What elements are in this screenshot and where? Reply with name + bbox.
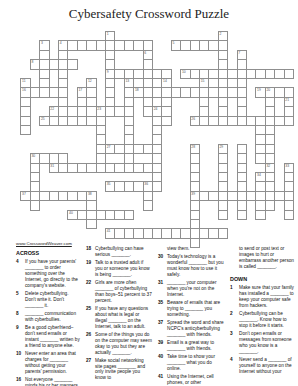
clue-number: 31: [50, 164, 54, 168]
crossword-grid: 1923456781011161213141517181920212223242…: [0, 0, 298, 250]
clue-item: 2Cyberbullying can be _______. Know how …: [230, 311, 294, 329]
grid-cell[interactable]: 37: [20, 191, 30, 201]
clue-item: 19Talk to a trusted adult if you or some…: [86, 260, 152, 278]
clue-item-number: 5: [16, 291, 25, 297]
clue-item-number: 30: [158, 254, 167, 260]
clue-number: 7: [238, 51, 240, 55]
grid-cell[interactable]: [49, 59, 59, 69]
grid-cell[interactable]: [227, 191, 237, 201]
grid-cell[interactable]: [284, 116, 294, 126]
clue-item-number: 9: [16, 325, 25, 331]
clue-number: 15: [201, 79, 205, 83]
grid-cell[interactable]: [190, 87, 200, 97]
grid-cell[interactable]: [96, 40, 106, 50]
clue-number: 16: [22, 88, 26, 92]
clue-number: 25: [41, 117, 45, 121]
clue-number: 27: [107, 145, 111, 149]
clue-item-number: 10: [16, 351, 25, 357]
grid-cell[interactable]: 18: [133, 87, 143, 97]
grid-cell[interactable]: [152, 87, 162, 97]
clue-item-number: 4: [16, 259, 25, 265]
clue-item: 35Beware of emails that are trying to __…: [158, 300, 224, 318]
grid-cell[interactable]: [218, 210, 228, 220]
clue-column-3: view them.30Today's technology is a wond…: [158, 246, 224, 386]
clue-number: 37: [22, 192, 26, 196]
clue-item: 40Take time to show your _______ what yo…: [158, 354, 224, 372]
clue-item-number: 3: [230, 331, 239, 337]
crossword-page: Cybersafety Crossword Puzzle 19234567810…: [0, 0, 298, 386]
clue-number: 9: [107, 70, 109, 74]
clue-number: 13: [125, 79, 129, 83]
clue-item-number: 40: [158, 354, 167, 360]
clue-item: 16Not everyone _______ minds his or her …: [16, 377, 80, 386]
clue-item-number: 41: [158, 374, 167, 380]
clue-number: 19: [257, 88, 261, 92]
clue-number: 24: [154, 107, 158, 111]
grid-cell[interactable]: [246, 191, 256, 201]
clue-number: 30: [31, 154, 35, 158]
clue-number: 21: [285, 98, 289, 102]
clue-number: 17: [78, 88, 82, 92]
clue-item: 4If you have your parents' _______ to or…: [16, 259, 80, 289]
clue-item: 3Don't open emails or messages from some…: [230, 331, 294, 355]
clue-item: 37Spread the word and share NCPC's antic…: [158, 320, 224, 338]
clue-number: 22: [50, 107, 54, 111]
grid-cell[interactable]: [274, 191, 284, 201]
clue-number: 5: [172, 41, 174, 45]
clue-item: 25If you have any questions about what i…: [86, 306, 152, 330]
clue-number: 32: [266, 164, 270, 168]
grid-cell[interactable]: [86, 219, 96, 229]
grid-cell[interactable]: [77, 210, 87, 220]
clue-number: 1: [107, 32, 109, 36]
clue-continuation: view them.: [158, 246, 224, 252]
grid-cell[interactable]: [274, 116, 284, 126]
grid-cell[interactable]: [114, 163, 124, 173]
grid-cell[interactable]: [114, 106, 124, 116]
clue-item: 9Be a good cyberfriend–don't send emails…: [16, 325, 80, 349]
grid-cell[interactable]: [208, 40, 218, 50]
clue-number: 6: [144, 51, 146, 55]
clue-item: 31_______ your computer when you're not …: [158, 280, 224, 298]
clue-number: 34: [257, 173, 261, 177]
clue-item: 8_______ communication with cyberbullies…: [16, 311, 80, 323]
grid-cell[interactable]: [143, 144, 153, 154]
clue-item-number: 25: [86, 306, 95, 312]
grid-cell[interactable]: [143, 163, 153, 173]
grid-cell[interactable]: [49, 87, 59, 97]
clue-number: 26: [191, 117, 195, 121]
clue-item: 41Using the Internet, cell phones, or ot…: [158, 374, 224, 386]
clue-number: 33: [285, 164, 289, 168]
grid-cell[interactable]: [208, 69, 218, 79]
clue-item: 4Never send a _______ of yourself to any…: [230, 357, 294, 375]
grid-cell[interactable]: [255, 210, 265, 220]
clue-item-number: 26: [86, 332, 95, 338]
clue-number: 10: [182, 70, 186, 74]
clue-item-number: 39: [158, 340, 167, 346]
clue-item-number: 31: [158, 280, 167, 286]
clue-number: 40: [69, 211, 73, 215]
clue-continuation: to send or post text or images to hurt o…: [230, 246, 294, 270]
clue-item-number: 18: [86, 246, 95, 252]
clue-item: 10Never enter an area that charges for _…: [16, 351, 80, 375]
clue-item-number: 2: [230, 311, 239, 317]
grid-cell[interactable]: [77, 116, 87, 126]
grid-cell[interactable]: [152, 181, 162, 191]
grid-cell[interactable]: [237, 210, 247, 220]
clue-column-down: to send or post text or images to hurt o…: [230, 246, 294, 377]
grid-cell[interactable]: [208, 191, 218, 201]
grid-cell[interactable]: [114, 144, 124, 154]
clue-number: 11: [22, 79, 26, 83]
grid-cell[interactable]: [208, 116, 218, 126]
grid-cell[interactable]: [67, 59, 77, 69]
grid-cell[interactable]: [161, 116, 171, 126]
clue-number: 4: [60, 41, 62, 45]
grid-cell[interactable]: [218, 228, 228, 238]
clue-number: 3: [41, 41, 43, 45]
grid-cell[interactable]: [284, 210, 294, 220]
grid-cell[interactable]: [67, 116, 77, 126]
clue-item: 27Make social networking site pages ____…: [86, 358, 152, 382]
clue-number: 8: [31, 60, 33, 64]
clue-number: 18: [135, 88, 139, 92]
clue-number: 28: [191, 145, 195, 149]
clue-number: 35: [107, 182, 111, 186]
grid-cell[interactable]: [227, 69, 237, 79]
clue-item-number: 22: [86, 280, 95, 286]
clue-number: 20: [266, 88, 270, 92]
grid-cell[interactable]: [208, 87, 218, 97]
grid-cell[interactable]: [227, 87, 237, 97]
clue-item-number: 37: [158, 320, 167, 326]
clue-item-number: 19: [86, 260, 95, 266]
clue-number: 36: [144, 182, 148, 186]
clue-number: 14: [163, 79, 167, 83]
grid-cell[interactable]: 8: [30, 59, 40, 69]
clue-number: 12: [88, 79, 92, 83]
clue-item-number: 1: [230, 285, 239, 291]
grid-cell[interactable]: [143, 200, 153, 210]
clue-item-number: 16: [16, 377, 25, 383]
grid-cell[interactable]: [30, 87, 40, 97]
clue-number: 39: [191, 192, 195, 196]
clue-item: 5Delete cyberbullying. Don't write it. D…: [16, 291, 80, 309]
clue-list-header: ACROSS: [16, 250, 80, 257]
clue-number: 38: [88, 192, 92, 196]
grid-cell[interactable]: [124, 210, 134, 220]
grid-cell[interactable]: [133, 69, 143, 79]
clue-item: 30Today's technology is a wonderful ____…: [158, 254, 224, 278]
clue-item-number: 4: [230, 357, 239, 363]
clue-column-across: ACROSS4If you have your parents' _______…: [16, 250, 80, 386]
grid-cell[interactable]: [265, 200, 275, 210]
clue-number: 41: [107, 229, 111, 233]
clue-item: 18Cyberbullying can have serious _______…: [86, 246, 152, 258]
crossword-weaver-link[interactable]: www.CrosswordWeaver.com: [16, 241, 72, 246]
grid-cell[interactable]: [180, 228, 190, 238]
clue-item: 26Some of the things you do on the compu…: [86, 332, 152, 356]
clue-item: 1Make sure that your family has installe…: [230, 285, 294, 309]
clue-item: 22Girls are more often _______ of cyberb…: [86, 280, 152, 304]
clue-number: 29: [219, 145, 223, 149]
grid-cell[interactable]: [30, 200, 40, 210]
clue-list-header: DOWN: [230, 276, 294, 283]
clue-number: 2: [219, 32, 221, 36]
clue-number: 23: [97, 107, 101, 111]
clue-item-number: 8: [16, 311, 25, 317]
clue-item-number: 35: [158, 300, 167, 306]
grid-cell[interactable]: [227, 116, 237, 126]
grid-cell[interactable]: [284, 69, 294, 79]
clue-column-2: 18Cyberbullying can have serious _______…: [86, 246, 152, 383]
clue-item-number: 27: [86, 358, 95, 364]
clue-item: 39Email is a great way to _______ with f…: [158, 340, 224, 352]
grid-cell[interactable]: [20, 125, 30, 135]
